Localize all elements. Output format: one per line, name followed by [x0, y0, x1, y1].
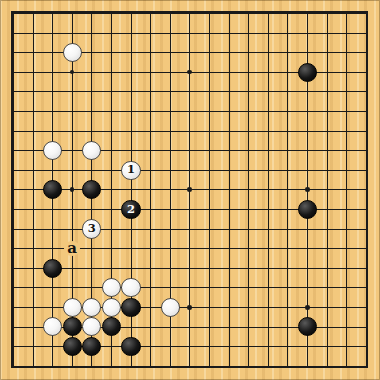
star-point — [187, 305, 192, 310]
stone-black-move-2[interactable]: 2 — [121, 200, 140, 219]
stone-white[interactable] — [43, 317, 62, 336]
stone-white[interactable] — [63, 298, 82, 317]
stone-black[interactable] — [82, 337, 101, 356]
star-point — [305, 187, 310, 192]
stone-white[interactable] — [102, 298, 121, 317]
stone-black[interactable] — [102, 317, 121, 336]
stone-black[interactable] — [298, 317, 317, 336]
stone-white[interactable] — [82, 298, 101, 317]
stone-black[interactable] — [121, 337, 140, 356]
stone-white[interactable] — [102, 278, 121, 297]
stone-black[interactable] — [43, 259, 62, 278]
stone-black[interactable] — [121, 298, 140, 317]
stone-white[interactable] — [43, 141, 62, 160]
go-board[interactable]: 123a — [0, 0, 380, 380]
board-grid: 123a — [4, 4, 376, 376]
star-point — [70, 187, 75, 192]
go-board-diagram: 123a — [0, 0, 380, 380]
stone-white[interactable] — [121, 278, 140, 297]
stone-white[interactable] — [82, 141, 101, 160]
stone-black[interactable] — [63, 317, 82, 336]
stone-black[interactable] — [82, 180, 101, 199]
stone-black[interactable] — [298, 200, 317, 219]
stone-black[interactable] — [298, 63, 317, 82]
stone-black[interactable] — [43, 180, 62, 199]
stone-white[interactable] — [82, 317, 101, 336]
stone-white-move-3[interactable]: 3 — [82, 219, 101, 238]
star-point — [187, 70, 192, 75]
stone-white[interactable] — [161, 298, 180, 317]
point-label-a[interactable]: a — [64, 241, 80, 256]
point-label-text: a — [67, 241, 77, 256]
star-point — [305, 305, 310, 310]
stone-white[interactable] — [63, 43, 82, 62]
star-point — [187, 187, 192, 192]
stone-white-move-1[interactable]: 1 — [121, 161, 140, 180]
stone-black[interactable] — [63, 337, 82, 356]
star-point — [70, 70, 75, 75]
